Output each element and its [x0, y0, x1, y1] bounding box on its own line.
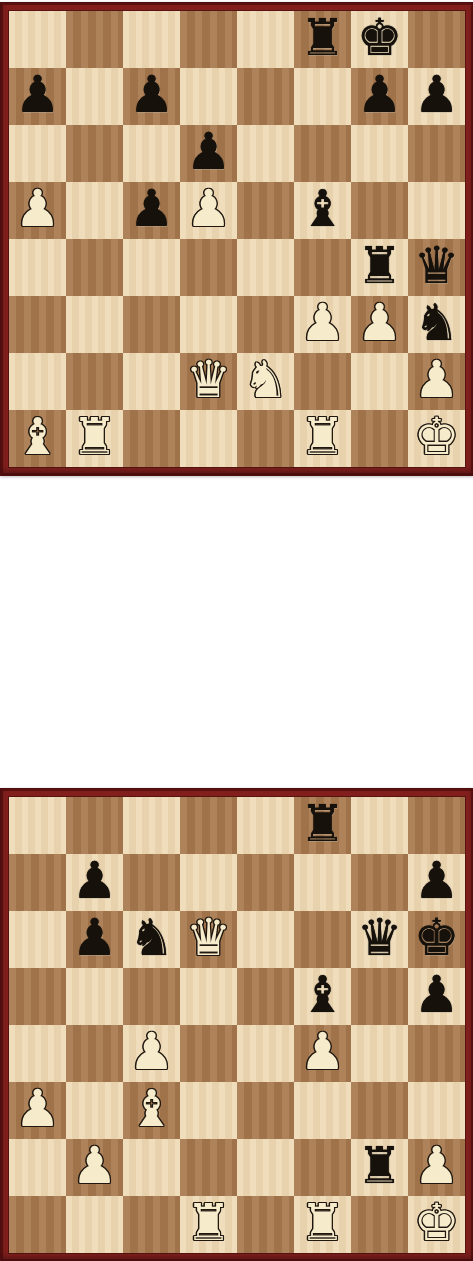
square-d5: ♟: [180, 182, 237, 239]
square-e8: [237, 797, 294, 854]
square-f2: [294, 353, 351, 410]
square-b5: [66, 968, 123, 1025]
square-g3: [351, 1082, 408, 1139]
square-d6: ♟: [180, 125, 237, 182]
square-h5: [408, 182, 465, 239]
square-d1: ♜: [180, 1196, 237, 1253]
square-g2: [351, 353, 408, 410]
square-g1: [351, 1196, 408, 1253]
square-c8: [123, 797, 180, 854]
square-e1: [237, 410, 294, 467]
black-pawn-b6-piece: ♟: [72, 909, 118, 966]
chess-board-top: ♜♚♟♟♟♟♟♟♟♟♝♜♛♟♟♞♛♞♟♝♜♜♚: [0, 2, 473, 476]
square-c4: [123, 239, 180, 296]
square-d4: [180, 1025, 237, 1082]
white-pawn-f3-piece: ♟: [300, 294, 346, 351]
square-d3: [180, 296, 237, 353]
black-pawn-h7-piece: ♟: [414, 852, 460, 909]
square-f7: [294, 854, 351, 911]
square-a5: [9, 968, 66, 1025]
page: ♜♚♟♟♟♟♟♟♟♟♝♜♛♟♟♞♛♞♟♝♜♜♚ ♜♟♟♟♞♛♛♚♝♟♟♟♟♝♟♜…: [0, 0, 473, 1261]
white-pawn-c4-piece: ♟: [129, 1023, 175, 1080]
square-f6: [294, 911, 351, 968]
square-b6: ♟: [66, 911, 123, 968]
square-d2: ♛: [180, 353, 237, 410]
square-h7: ♟: [408, 854, 465, 911]
square-a7: [9, 854, 66, 911]
black-pawn-d6-piece: ♟: [186, 123, 232, 180]
square-c4: ♟: [123, 1025, 180, 1082]
square-c3: [123, 296, 180, 353]
square-c5: ♟: [123, 182, 180, 239]
white-pawn-f4-piece: ♟: [300, 1023, 346, 1080]
white-rook-f1-piece: ♜: [300, 1194, 346, 1251]
square-b1: ♜: [66, 410, 123, 467]
square-c6: ♞: [123, 911, 180, 968]
black-pawn-h5-piece: ♟: [414, 966, 460, 1023]
black-pawn-a7-piece: ♟: [15, 66, 61, 123]
square-g2: ♜: [351, 1139, 408, 1196]
square-h1: ♚: [408, 410, 465, 467]
square-d1: [180, 410, 237, 467]
square-g5: [351, 182, 408, 239]
square-c7: ♟: [123, 68, 180, 125]
square-g1: [351, 410, 408, 467]
square-f4: ♟: [294, 1025, 351, 1082]
square-g5: [351, 968, 408, 1025]
white-pawn-a5-piece: ♟: [15, 180, 61, 237]
white-pawn-d5-piece: ♟: [186, 180, 232, 237]
square-e2: [237, 1139, 294, 1196]
black-knight-c6-piece: ♞: [129, 909, 175, 966]
square-e5: [237, 968, 294, 1025]
square-h5: ♟: [408, 968, 465, 1025]
square-b8: [66, 797, 123, 854]
square-g7: ♟: [351, 68, 408, 125]
square-g6: ♛: [351, 911, 408, 968]
white-knight-e2-piece: ♞: [243, 351, 289, 408]
square-h4: [408, 1025, 465, 1082]
square-b5: [66, 182, 123, 239]
square-e7: [237, 854, 294, 911]
square-b1: [66, 1196, 123, 1253]
square-b4: [66, 239, 123, 296]
square-a3: [9, 296, 66, 353]
square-d2: [180, 1139, 237, 1196]
square-e7: [237, 68, 294, 125]
square-f8: ♜: [294, 11, 351, 68]
square-f5: ♝: [294, 968, 351, 1025]
chess-board-bottom-grid: ♜♟♟♟♞♛♛♚♝♟♟♟♟♝♟♜♟♜♜♚: [9, 797, 465, 1253]
square-b3: [66, 1082, 123, 1139]
square-d6: ♛: [180, 911, 237, 968]
square-f4: [294, 239, 351, 296]
square-a3: ♟: [9, 1082, 66, 1139]
square-a6: [9, 911, 66, 968]
square-a8: [9, 11, 66, 68]
square-f6: [294, 125, 351, 182]
square-d7: [180, 68, 237, 125]
square-d8: [180, 11, 237, 68]
square-f7: [294, 68, 351, 125]
white-rook-f1-piece: ♜: [300, 408, 346, 465]
black-pawn-c7-piece: ♟: [129, 66, 175, 123]
square-g4: [351, 1025, 408, 1082]
square-b7: [66, 68, 123, 125]
square-g3: ♟: [351, 296, 408, 353]
square-h4: ♛: [408, 239, 465, 296]
square-c2: [123, 1139, 180, 1196]
square-h2: ♟: [408, 1139, 465, 1196]
square-h7: ♟: [408, 68, 465, 125]
square-f3: [294, 1082, 351, 1139]
white-pawn-g3-piece: ♟: [357, 294, 403, 351]
square-g7: [351, 854, 408, 911]
square-h2: ♟: [408, 353, 465, 410]
square-g8: ♚: [351, 11, 408, 68]
square-d8: [180, 797, 237, 854]
black-bishop-f5-piece: ♝: [300, 966, 346, 1023]
square-f8: ♜: [294, 797, 351, 854]
black-bishop-f5-piece: ♝: [300, 180, 346, 237]
white-king-h1-piece: ♚: [414, 408, 460, 465]
black-rook-g4-piece: ♜: [357, 237, 403, 294]
black-king-h6-piece: ♚: [414, 909, 460, 966]
square-a7: ♟: [9, 68, 66, 125]
square-g4: ♜: [351, 239, 408, 296]
square-d7: [180, 854, 237, 911]
square-d5: [180, 968, 237, 1025]
white-pawn-h2-piece: ♟: [414, 1137, 460, 1194]
square-e2: ♞: [237, 353, 294, 410]
square-d4: [180, 239, 237, 296]
square-h8: [408, 11, 465, 68]
square-f3: ♟: [294, 296, 351, 353]
square-c8: [123, 11, 180, 68]
square-c5: [123, 968, 180, 1025]
white-pawn-b2-piece: ♟: [72, 1137, 118, 1194]
square-h3: ♞: [408, 296, 465, 353]
square-e3: [237, 296, 294, 353]
black-king-g8-piece: ♚: [357, 9, 403, 66]
white-bishop-c3-piece: ♝: [129, 1080, 175, 1137]
square-b2: [66, 353, 123, 410]
square-g6: [351, 125, 408, 182]
white-queen-d6-piece: ♛: [186, 909, 232, 966]
square-b7: ♟: [66, 854, 123, 911]
square-a1: [9, 1196, 66, 1253]
black-pawn-g7-piece: ♟: [357, 66, 403, 123]
square-a5: ♟: [9, 182, 66, 239]
square-h8: [408, 797, 465, 854]
square-a2: [9, 353, 66, 410]
square-e5: [237, 182, 294, 239]
black-pawn-b7-piece: ♟: [72, 852, 118, 909]
square-g8: [351, 797, 408, 854]
square-h6: [408, 125, 465, 182]
black-pawn-c5-piece: ♟: [129, 180, 175, 237]
black-queen-g6-piece: ♛: [357, 909, 403, 966]
square-h3: [408, 1082, 465, 1139]
white-rook-b1-piece: ♜: [72, 408, 118, 465]
square-e4: [237, 1025, 294, 1082]
square-b8: [66, 11, 123, 68]
black-knight-h3-piece: ♞: [414, 294, 460, 351]
black-queen-h4-piece: ♛: [414, 237, 460, 294]
chess-board-top-grid: ♜♚♟♟♟♟♟♟♟♟♝♜♛♟♟♞♛♞♟♝♜♜♚: [9, 11, 465, 467]
square-b2: ♟: [66, 1139, 123, 1196]
square-e3: [237, 1082, 294, 1139]
black-rook-f8-piece: ♜: [300, 9, 346, 66]
square-f1: ♜: [294, 1196, 351, 1253]
square-b6: [66, 125, 123, 182]
chess-board-bottom: ♜♟♟♟♞♛♛♚♝♟♟♟♟♝♟♜♟♜♜♚: [0, 788, 473, 1261]
white-queen-d2-piece: ♛: [186, 351, 232, 408]
square-c3: ♝: [123, 1082, 180, 1139]
square-d3: [180, 1082, 237, 1139]
square-a4: [9, 1025, 66, 1082]
white-bishop-a1-piece: ♝: [15, 408, 61, 465]
white-king-h1-piece: ♚: [414, 1194, 460, 1251]
square-a4: [9, 239, 66, 296]
black-rook-g2-piece: ♜: [357, 1137, 403, 1194]
white-pawn-a3-piece: ♟: [15, 1080, 61, 1137]
square-f1: ♜: [294, 410, 351, 467]
square-e4: [237, 239, 294, 296]
square-e6: [237, 125, 294, 182]
square-f5: ♝: [294, 182, 351, 239]
square-a2: [9, 1139, 66, 1196]
square-c6: [123, 125, 180, 182]
square-c1: [123, 410, 180, 467]
black-pawn-h7-piece: ♟: [414, 66, 460, 123]
black-rook-f8-piece: ♜: [300, 795, 346, 852]
white-pawn-h2-piece: ♟: [414, 351, 460, 408]
square-a6: [9, 125, 66, 182]
square-e1: [237, 1196, 294, 1253]
square-c1: [123, 1196, 180, 1253]
square-e6: [237, 911, 294, 968]
square-h6: ♚: [408, 911, 465, 968]
square-c2: [123, 353, 180, 410]
square-a1: ♝: [9, 410, 66, 467]
square-h1: ♚: [408, 1196, 465, 1253]
square-a8: [9, 797, 66, 854]
square-b3: [66, 296, 123, 353]
square-f2: [294, 1139, 351, 1196]
square-c7: [123, 854, 180, 911]
white-rook-d1-piece: ♜: [186, 1194, 232, 1251]
square-b4: [66, 1025, 123, 1082]
square-e8: [237, 11, 294, 68]
